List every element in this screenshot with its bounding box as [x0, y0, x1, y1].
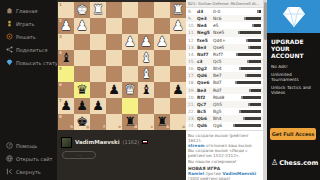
move-number: 8. — [188, 9, 197, 14]
chesscom-app-window: ГлавнаяИгратьРешатьПоделитьсяПовысить ст… — [0, 0, 320, 180]
black-pawn[interactable]: ♟ — [90, 98, 106, 114]
move-number: 19. — [188, 88, 197, 93]
white-move[interactable]: d3 — [197, 9, 213, 14]
square[interactable]: f — [90, 114, 106, 130]
white-move[interactable]: Rf2 — [197, 95, 213, 100]
square[interactable]: ♟ — [74, 18, 90, 34]
square[interactable]: ♜ — [90, 2, 106, 18]
square[interactable] — [122, 98, 138, 114]
square[interactable]: b♜ — [154, 114, 170, 130]
rank-label: 1 — [59, 3, 62, 7]
sidebar-item-Решать[interactable]: Решать — [0, 30, 57, 43]
square[interactable] — [154, 50, 170, 66]
black-move[interactable]: Qxe5 — [213, 45, 229, 50]
move-number: 10. — [188, 23, 197, 28]
white-king[interactable]: ♚ — [74, 2, 90, 18]
globe-icon — [6, 155, 13, 162]
move-list[interactable]: 8.d30-09.Qe3Nc610.Ne4e511.Neg5Nxe512.fxe… — [186, 8, 263, 130]
move-number: 24. — [188, 123, 197, 128]
black-pawn[interactable]: ♟ — [170, 82, 186, 98]
square[interactable] — [154, 2, 170, 18]
square[interactable] — [106, 50, 122, 66]
board-area: 1♚♜♜2♟♟♟3♟♟♟4♝♝5♝6♛♟♛♝♟7♟♟♟8hg♚fed♜cb♜a … — [57, 0, 186, 180]
white-move[interactable]: Qxe6 — [197, 80, 213, 85]
eval-bar — [246, 39, 261, 42]
black-bishop[interactable]: ♝ — [58, 50, 74, 66]
move-row[interactable]: 14.Nxf7Rxf7 — [186, 51, 263, 58]
square[interactable]: 4♝ — [58, 50, 74, 66]
white-pawn[interactable]: ♟ — [74, 18, 90, 34]
quick-chat-pill[interactable]: ··· — [62, 151, 96, 159]
white-pawn[interactable]: ♟ — [138, 34, 154, 50]
move-number: 14. — [188, 52, 197, 57]
move-row[interactable]: 23.Qb6Bh4 — [186, 115, 263, 122]
square[interactable]: ♟ — [138, 34, 154, 50]
square[interactable] — [170, 98, 186, 114]
square[interactable]: c — [138, 114, 154, 130]
white-pawn[interactable]: ♟ — [122, 34, 138, 50]
square[interactable] — [74, 66, 90, 82]
move-row[interactable]: 18.Qxe6Bd7 — [186, 79, 263, 86]
black-move[interactable]: Nc6 — [213, 16, 229, 21]
eval-bar — [257, 10, 261, 13]
black-pawn[interactable]: ♟ — [58, 98, 74, 114]
svg-text:?: ? — [8, 143, 10, 148]
black-rook[interactable]: ♜ — [154, 114, 170, 130]
collapse-icon — [6, 168, 13, 175]
square[interactable] — [74, 34, 90, 50]
help-icon: ? — [6, 142, 13, 149]
square[interactable]: ♟ — [170, 82, 186, 98]
black-move[interactable]: Rd7 — [213, 88, 229, 93]
square[interactable]: ♚ — [74, 2, 90, 18]
move-number: 16. — [188, 66, 197, 71]
avatar[interactable] — [61, 137, 72, 148]
square[interactable] — [90, 82, 106, 98]
square[interactable] — [106, 2, 122, 18]
white-bishop[interactable]: ♝ — [138, 50, 154, 66]
black-move[interactable]: Bh4 — [213, 66, 229, 71]
square[interactable] — [154, 98, 170, 114]
square[interactable]: ♜ — [170, 2, 186, 18]
square[interactable] — [90, 50, 106, 66]
black-move[interactable]: 0-0 — [213, 9, 229, 14]
move-number: 22. — [188, 109, 197, 114]
black-bishop[interactable]: ♝ — [138, 82, 154, 98]
square[interactable]: ♟ — [74, 98, 90, 114]
square[interactable] — [170, 66, 186, 82]
white-move[interactable]: Qd6 — [197, 73, 213, 78]
white-queen[interactable]: ♛ — [122, 82, 138, 98]
black-move[interactable]: Qg6 — [213, 123, 229, 128]
square[interactable] — [138, 98, 154, 114]
chat-message: Вы создали вызов «Люди с рейтингом 1512-… — [188, 148, 261, 158]
square[interactable]: 6 — [58, 82, 74, 98]
black-move[interactable]: Nxe5 — [213, 30, 229, 35]
pawn-icon — [6, 20, 13, 27]
share-icon — [6, 46, 13, 53]
rank-label: 5 — [59, 67, 62, 71]
eval-bar — [245, 74, 261, 77]
black-move[interactable]: Qh5 — [213, 102, 229, 107]
sidebar-item-Играть[interactable]: Играть — [0, 17, 57, 30]
black-move[interactable]: Bd7 — [213, 80, 229, 85]
square[interactable]: a — [170, 114, 186, 130]
file-label: h — [70, 125, 73, 129]
white-move[interactable]: Bc5 — [197, 109, 213, 114]
eval-bar — [248, 103, 262, 106]
move-row[interactable]: 17.Qd6Be7 — [186, 72, 263, 79]
square[interactable] — [106, 18, 122, 34]
square[interactable] — [122, 18, 138, 34]
black-king[interactable]: ♚ — [74, 114, 90, 130]
square[interactable] — [90, 66, 106, 82]
sidebar: ГлавнаяИгратьРешатьПоделитьсяПовысить ст… — [0, 0, 57, 180]
square[interactable]: ♟ — [90, 98, 106, 114]
game-detail-line: (10|0 рейтинговая) — [188, 176, 261, 180]
square[interactable]: 3 — [58, 34, 74, 50]
black-move[interactable]: Qc5 — [213, 59, 229, 64]
sidebar-main-menu: ГлавнаяИгратьРешатьПоделитьсяПовысить ст… — [0, 4, 57, 69]
bullet-no-ads: No Ads! — [271, 64, 317, 69]
black-move[interactable]: Be7 — [213, 73, 229, 78]
file-label: a — [182, 125, 185, 129]
eval-bar — [238, 31, 261, 34]
pawn-logo-icon: ♙ — [271, 158, 278, 167]
square[interactable] — [90, 34, 106, 50]
sidebar-item-Свернуть[interactable]: Свернуть — [0, 165, 57, 178]
square[interactable]: 1 — [58, 2, 74, 18]
home-icon — [6, 7, 13, 14]
white-rook[interactable]: ♜ — [170, 2, 186, 18]
black-move[interactable]: Bg5 — [213, 109, 229, 114]
diamond-icon — [6, 59, 13, 66]
white-pawn[interactable]: ♟ — [154, 34, 170, 50]
move-number: 18. — [188, 80, 197, 85]
bullet-tactics: Unlock Tactics and Videos — [271, 85, 317, 95]
black-move[interactable]: Bh4 — [213, 116, 229, 121]
square[interactable] — [138, 2, 154, 18]
rank-label: 3 — [59, 35, 62, 39]
white-move[interactable]: Neg5 — [197, 30, 213, 35]
square[interactable]: ♟ — [154, 34, 170, 50]
eval-bar — [236, 53, 261, 56]
eval-bar — [249, 89, 261, 92]
square[interactable]: ♟ — [106, 82, 122, 98]
white-move[interactable]: fxe5 — [197, 38, 213, 43]
white-move[interactable]: Qg2 — [197, 66, 213, 71]
white-pawn[interactable]: ♟ — [58, 18, 74, 34]
black-pawn[interactable]: ♟ — [106, 82, 122, 98]
rank-label: 8 — [59, 115, 62, 119]
white-move[interactable]: Qb6 — [197, 116, 213, 121]
eval-bar — [244, 17, 261, 20]
square[interactable]: ♛ — [122, 82, 138, 98]
square[interactable]: ♝ — [138, 66, 154, 82]
white-bishop[interactable]: ♝ — [138, 66, 154, 82]
square[interactable]: 2♟ — [58, 18, 74, 34]
eval-bar — [248, 46, 261, 49]
black-move[interactable]: Rbd8 — [213, 95, 229, 100]
opening-name-header: B21: Sicilian Defense: McDonnell Attack,… — [186, 0, 263, 8]
eval-bar — [243, 117, 261, 120]
chess-board[interactable]: 1♚♜♜2♟♟♟3♟♟♟4♝♝5♝6♛♟♛♝♟7♟♟♟8hg♚fed♜cb♜a — [58, 2, 186, 130]
move-row[interactable]: 21.Qc7Qh5 — [186, 101, 263, 108]
chesscom-logo: ♙ Chess.com — [271, 158, 318, 167]
eval-bar — [233, 124, 261, 127]
upgrade-title: UPGRADE YOUR ACCOUNT — [271, 38, 304, 59]
move-number: 21. — [188, 102, 197, 107]
move-row[interactable]: 9.Qe3Nc6 — [186, 15, 263, 22]
square[interactable] — [106, 98, 122, 114]
white-rook[interactable]: ♜ — [90, 2, 106, 18]
diamond-banner[interactable] — [267, 0, 320, 33]
bottom-player-bar: VadimMaevski (1162) — [61, 135, 183, 149]
square[interactable] — [170, 50, 186, 66]
move-row[interactable]: 16.Qg2Bh4 — [186, 65, 263, 72]
move-row[interactable]: 10.Ne4e5 — [186, 22, 263, 29]
bullet-tournaments: Unlimited Tournaments — [271, 72, 317, 82]
move-number: 17. — [188, 73, 197, 78]
black-move[interactable]: Rxf7 — [213, 52, 229, 57]
white-move[interactable]: Ne4 — [197, 23, 213, 28]
black-move[interactable]: Qd4+ — [213, 38, 229, 43]
black-queen[interactable]: ♛ — [74, 82, 90, 98]
white-move[interactable]: Be3 — [197, 45, 213, 50]
file-label: e — [118, 125, 121, 129]
move-number: 15. — [188, 59, 197, 64]
black-rook[interactable]: ♜ — [122, 114, 138, 130]
move-number: 20. — [188, 95, 197, 100]
chat-panel: Вы создали вызов (рейтинг 1612). stream … — [186, 130, 263, 180]
diamond-icon — [282, 6, 306, 28]
file-label: c — [151, 125, 153, 129]
square[interactable] — [170, 34, 186, 50]
white-move[interactable]: c3 — [197, 59, 213, 64]
eval-bar — [247, 60, 261, 63]
player-rating: (1162) — [123, 139, 140, 145]
upgrade-panel: UPGRADE YOUR ACCOUNT No Ads! Unlimited T… — [267, 0, 320, 180]
eval-bar — [252, 24, 261, 27]
square[interactable] — [106, 34, 122, 50]
square[interactable]: 5 — [58, 66, 74, 82]
eval-bar — [239, 67, 261, 70]
sidebar-bottom-menu: ?ПомощьОткрыть сайтСвернуть — [0, 139, 57, 178]
square[interactable]: 8h — [58, 114, 74, 130]
white-pawn[interactable]: ♟ — [170, 18, 186, 34]
square[interactable] — [138, 18, 154, 34]
square[interactable] — [154, 66, 170, 82]
sidebar-item-Главная[interactable]: Главная — [0, 4, 57, 17]
square[interactable] — [154, 18, 170, 34]
white-move[interactable]: Qd6 — [197, 123, 213, 128]
square[interactable] — [74, 50, 90, 66]
square[interactable]: d♜ — [122, 114, 138, 130]
square[interactable]: ♟ — [122, 34, 138, 50]
move-row[interactable]: 19.Be3Rd7 — [186, 87, 263, 94]
move-row[interactable]: 12.fxe5Qd4+ — [186, 37, 263, 44]
square[interactable]: g♚ — [74, 114, 90, 130]
get-full-access-button[interactable]: Get Full Access — [270, 128, 316, 140]
square[interactable] — [106, 66, 122, 82]
eval-bar — [239, 110, 262, 113]
sidebar-item-Поделиться[interactable]: Поделиться — [0, 43, 57, 56]
black-move[interactable]: e5 — [213, 23, 229, 28]
move-row[interactable]: 11.Neg5Nxe5 — [186, 29, 263, 36]
white-move[interactable]: Be3 — [197, 88, 213, 93]
eval-bar — [235, 81, 261, 84]
square[interactable] — [122, 66, 138, 82]
white-move[interactable]: Qc7 — [197, 102, 213, 107]
player-name[interactable]: VadimMaevski — [75, 139, 120, 145]
move-row[interactable]: 22.Bc5Bg5 — [186, 108, 263, 115]
sidebar-item-Помощь[interactable]: ?Помощь — [0, 139, 57, 152]
move-row[interactable]: 13.Be3Qxe5 — [186, 44, 263, 51]
square[interactable] — [154, 82, 170, 98]
square[interactable]: ♝ — [138, 50, 154, 66]
white-move[interactable]: Qe3 — [197, 16, 213, 21]
move-number: 12. — [188, 38, 197, 43]
file-label: f — [103, 125, 105, 129]
move-number: 9. — [188, 16, 197, 21]
chat-message: Вы нашли соперника! — [188, 159, 261, 164]
move-row[interactable]: 20.Rf2Rbd8 — [186, 94, 263, 101]
black-pawn[interactable]: ♟ — [74, 98, 90, 114]
square[interactable]: ♝ — [138, 82, 154, 98]
move-number: 13. — [188, 45, 197, 50]
square[interactable]: 7♟ — [58, 98, 74, 114]
sidebar-item-Повысить статус[interactable]: Повысить статус — [0, 56, 57, 69]
square[interactable]: ♛ — [74, 82, 90, 98]
target-icon — [6, 33, 13, 40]
move-number: 23. — [188, 116, 197, 121]
square[interactable]: e — [106, 114, 122, 130]
move-number: 11. — [188, 30, 197, 35]
upgrade-bullets: No Ads! Unlimited Tournaments Unlock Tac… — [271, 64, 317, 98]
square[interactable] — [90, 18, 106, 34]
move-row[interactable]: 15.c3Qc5 — [186, 58, 263, 65]
square[interactable] — [122, 2, 138, 18]
move-row[interactable]: 24.Qd6Qg6 — [186, 122, 263, 129]
chat-message: Вы создали вызов (рейтинг 1612). — [188, 133, 261, 143]
white-move[interactable]: Nxf7 — [197, 52, 213, 57]
square[interactable] — [122, 50, 138, 66]
russia-flag-icon — [142, 140, 148, 145]
square[interactable]: ♟ — [170, 18, 186, 34]
sidebar-item-Открыть сайт[interactable]: Открыть сайт — [0, 152, 57, 165]
move-row[interactable]: 8.d30-0 — [186, 8, 263, 15]
eval-bar — [241, 96, 261, 99]
rank-label: 6 — [59, 83, 62, 87]
